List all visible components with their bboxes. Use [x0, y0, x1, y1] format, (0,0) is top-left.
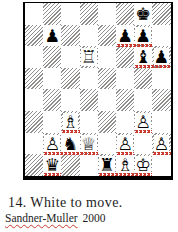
square-e8	[98, 3, 116, 25]
square-g7: ♟	[134, 25, 152, 47]
white-pawn-h2: ♙	[154, 135, 170, 153]
white-rook-d6: ♖	[81, 48, 97, 66]
square-c3: ♗	[61, 111, 79, 133]
square-c5	[61, 68, 79, 90]
square-g5	[134, 68, 152, 90]
chess-diagram-page: ♚♟♟♟♖♝♟♗♙♙♞♕♙♙♛♜♗♔ 14. White to move. Sa…	[0, 0, 178, 232]
square-h6: ♟	[152, 46, 170, 68]
square-d1	[80, 154, 98, 176]
square-a7	[25, 25, 43, 47]
square-h8	[152, 3, 170, 25]
square-a1	[25, 154, 43, 176]
square-a8	[25, 3, 43, 25]
square-h7	[152, 25, 170, 47]
square-e4	[98, 89, 116, 111]
square-g2	[134, 133, 152, 155]
square-h3	[152, 111, 170, 133]
square-e5	[98, 68, 116, 90]
square-a3	[25, 111, 43, 133]
square-a2	[25, 133, 43, 155]
square-b5	[43, 68, 61, 90]
square-g8: ♚	[134, 3, 152, 25]
square-d5	[80, 68, 98, 90]
square-b2: ♙	[43, 133, 61, 155]
square-d4	[80, 89, 98, 111]
square-e1: ♜	[98, 154, 116, 176]
square-h2: ♙	[152, 133, 170, 155]
white-king-g1: ♔	[135, 156, 151, 174]
white-pawn-f2: ♙	[117, 135, 133, 153]
square-a4	[25, 89, 43, 111]
square-c1	[61, 154, 79, 176]
square-c2: ♞	[61, 133, 79, 155]
white-bishop-f1: ♗	[117, 156, 133, 174]
puzzle-caption: 14. White to move.	[8, 195, 123, 211]
players-names: Sandner-Muller	[5, 212, 78, 224]
square-b3	[43, 111, 61, 133]
black-pawn-g7: ♟	[135, 27, 151, 45]
square-b4	[43, 89, 61, 111]
square-g4	[134, 89, 152, 111]
square-d2: ♕	[80, 133, 98, 155]
black-pawn-h6: ♟	[154, 48, 170, 66]
square-b7: ♟	[43, 25, 61, 47]
square-b8	[43, 3, 61, 25]
black-queen-b1: ♛	[44, 156, 60, 174]
square-c8	[61, 3, 79, 25]
square-f2: ♙	[116, 133, 134, 155]
black-bishop-g6: ♝	[135, 48, 151, 66]
square-f8	[116, 3, 134, 25]
square-e6	[98, 46, 116, 68]
square-f4	[116, 89, 134, 111]
game-year: 2000	[83, 212, 106, 224]
square-f5	[116, 68, 134, 90]
square-f7: ♟	[116, 25, 134, 47]
square-h4	[152, 89, 170, 111]
square-f6	[116, 46, 134, 68]
square-c7	[61, 25, 79, 47]
square-e2	[98, 133, 116, 155]
board-grid: ♚♟♟♟♖♝♟♗♙♙♞♕♙♙♛♜♗♔	[25, 3, 171, 176]
square-d7	[80, 25, 98, 47]
chess-board: ♚♟♟♟♖♝♟♗♙♙♞♕♙♙♛♜♗♔	[23, 2, 173, 180]
square-b1: ♛	[43, 154, 61, 176]
square-d8	[80, 3, 98, 25]
square-g3: ♙	[134, 111, 152, 133]
game-caption: Sandner-Muller2000	[5, 212, 106, 224]
square-g1: ♔	[134, 154, 152, 176]
square-f3	[116, 111, 134, 133]
square-c4	[61, 89, 79, 111]
square-b6	[43, 46, 61, 68]
square-a6	[25, 46, 43, 68]
black-knight-c2: ♞	[63, 135, 79, 153]
square-e7	[98, 25, 116, 47]
square-d6: ♖	[80, 46, 98, 68]
square-d3	[80, 111, 98, 133]
square-h5	[152, 68, 170, 90]
square-g6: ♝	[134, 46, 152, 68]
white-pawn-b2: ♙	[44, 135, 60, 153]
white-pawn-g3: ♙	[135, 113, 151, 131]
white-bishop-c3: ♗	[63, 113, 79, 131]
square-e3	[98, 111, 116, 133]
square-a5	[25, 68, 43, 90]
square-c6	[61, 46, 79, 68]
black-rook-e1: ♜	[99, 156, 115, 174]
white-queen-d2: ♕	[81, 135, 97, 153]
black-pawn-b7: ♟	[44, 27, 60, 45]
square-h1	[152, 154, 170, 176]
square-f1: ♗	[116, 154, 134, 176]
black-pawn-f7: ♟	[117, 27, 133, 45]
black-king-g8: ♚	[135, 5, 151, 23]
